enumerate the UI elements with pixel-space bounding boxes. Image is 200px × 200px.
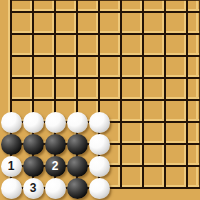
intersection-r5c9[interactable] xyxy=(176,89,198,111)
intersection-r1c5[interactable] xyxy=(88,1,110,23)
intersection-r8c6[interactable] xyxy=(110,155,132,177)
intersection-r5c2[interactable] xyxy=(22,89,44,111)
white-stone xyxy=(45,112,66,133)
intersection-r6c9[interactable] xyxy=(176,111,198,133)
intersection-r9c4[interactable] xyxy=(66,177,88,199)
intersection-r7c6[interactable] xyxy=(110,133,132,155)
black-stone xyxy=(23,156,44,177)
intersection-r5c1[interactable] xyxy=(0,89,22,111)
intersection-r9c8[interactable] xyxy=(154,177,176,199)
intersection-r4c2[interactable] xyxy=(22,67,44,89)
intersection-r7c3[interactable] xyxy=(44,133,66,155)
intersection-r4c9[interactable] xyxy=(176,67,198,89)
intersection-r2c4[interactable] xyxy=(66,23,88,45)
white-stone xyxy=(45,178,66,199)
intersection-r6c8[interactable] xyxy=(154,111,176,133)
board-grid: 123 xyxy=(0,1,198,199)
intersection-r9c9[interactable] xyxy=(176,177,198,199)
white-stone xyxy=(89,178,110,199)
intersection-r3c1[interactable] xyxy=(0,45,22,67)
intersection-r4c7[interactable] xyxy=(132,67,154,89)
go-board: 123 xyxy=(0,0,200,200)
intersection-r6c4[interactable] xyxy=(66,111,88,133)
black-stone xyxy=(45,134,66,155)
move-number-label: 2 xyxy=(52,160,59,172)
intersection-r6c7[interactable] xyxy=(132,111,154,133)
intersection-r3c8[interactable] xyxy=(154,45,176,67)
move-number-label: 3 xyxy=(30,182,37,194)
intersection-r8c4[interactable] xyxy=(66,155,88,177)
intersection-r5c6[interactable] xyxy=(110,89,132,111)
intersection-r4c3[interactable] xyxy=(44,67,66,89)
intersection-r6c5[interactable] xyxy=(88,111,110,133)
intersection-r8c1[interactable]: 1 xyxy=(0,155,22,177)
intersection-r4c1[interactable] xyxy=(0,67,22,89)
intersection-r5c4[interactable] xyxy=(66,89,88,111)
intersection-r6c3[interactable] xyxy=(44,111,66,133)
intersection-r5c3[interactable] xyxy=(44,89,66,111)
intersection-r2c9[interactable] xyxy=(176,23,198,45)
intersection-r9c6[interactable] xyxy=(110,177,132,199)
intersection-r7c9[interactable] xyxy=(176,133,198,155)
intersection-r2c8[interactable] xyxy=(154,23,176,45)
white-stone xyxy=(89,156,110,177)
white-stone xyxy=(1,112,22,133)
intersection-r2c2[interactable] xyxy=(22,23,44,45)
intersection-r5c8[interactable] xyxy=(154,89,176,111)
intersection-r3c3[interactable] xyxy=(44,45,66,67)
intersection-r6c2[interactable] xyxy=(22,111,44,133)
intersection-r3c6[interactable] xyxy=(110,45,132,67)
intersection-r9c7[interactable] xyxy=(132,177,154,199)
intersection-r3c9[interactable] xyxy=(176,45,198,67)
white-stone: 3 xyxy=(23,178,44,199)
white-stone: 1 xyxy=(1,156,22,177)
intersection-r3c7[interactable] xyxy=(132,45,154,67)
intersection-r8c7[interactable] xyxy=(132,155,154,177)
black-stone xyxy=(67,134,88,155)
intersection-r1c2[interactable] xyxy=(22,1,44,23)
intersection-r2c3[interactable] xyxy=(44,23,66,45)
intersection-r1c8[interactable] xyxy=(154,1,176,23)
intersection-r8c2[interactable] xyxy=(22,155,44,177)
intersection-r7c1[interactable] xyxy=(0,133,22,155)
intersection-r4c6[interactable] xyxy=(110,67,132,89)
black-stone: 2 xyxy=(45,156,66,177)
intersection-r1c6[interactable] xyxy=(110,1,132,23)
white-stone xyxy=(23,112,44,133)
move-number-label: 1 xyxy=(8,160,15,172)
intersection-r9c5[interactable] xyxy=(88,177,110,199)
white-stone xyxy=(67,112,88,133)
intersection-r6c6[interactable] xyxy=(110,111,132,133)
intersection-r4c5[interactable] xyxy=(88,67,110,89)
intersection-r7c7[interactable] xyxy=(132,133,154,155)
intersection-r1c7[interactable] xyxy=(132,1,154,23)
intersection-r1c3[interactable] xyxy=(44,1,66,23)
white-stone xyxy=(89,112,110,133)
intersection-r1c4[interactable] xyxy=(66,1,88,23)
intersection-r5c7[interactable] xyxy=(132,89,154,111)
intersection-r3c4[interactable] xyxy=(66,45,88,67)
white-stone xyxy=(89,134,110,155)
white-stone xyxy=(1,178,22,199)
intersection-r5c5[interactable] xyxy=(88,89,110,111)
black-stone xyxy=(1,134,22,155)
intersection-r8c8[interactable] xyxy=(154,155,176,177)
intersection-r2c6[interactable] xyxy=(110,23,132,45)
intersection-r9c2[interactable]: 3 xyxy=(22,177,44,199)
intersection-r4c8[interactable] xyxy=(154,67,176,89)
intersection-r7c8[interactable] xyxy=(154,133,176,155)
intersection-r1c1[interactable] xyxy=(0,1,22,23)
intersection-r4c4[interactable] xyxy=(66,67,88,89)
intersection-r7c2[interactable] xyxy=(22,133,44,155)
intersection-r2c7[interactable] xyxy=(132,23,154,45)
intersection-r9c3[interactable] xyxy=(44,177,66,199)
intersection-r3c2[interactable] xyxy=(22,45,44,67)
black-stone xyxy=(23,134,44,155)
intersection-r1c9[interactable] xyxy=(176,1,198,23)
intersection-r2c1[interactable] xyxy=(0,23,22,45)
intersection-r9c1[interactable] xyxy=(0,177,22,199)
intersection-r8c5[interactable] xyxy=(88,155,110,177)
intersection-r2c5[interactable] xyxy=(88,23,110,45)
intersection-r7c4[interactable] xyxy=(66,133,88,155)
intersection-r6c1[interactable] xyxy=(0,111,22,133)
black-stone xyxy=(67,178,88,199)
black-stone xyxy=(67,156,88,177)
intersection-r7c5[interactable] xyxy=(88,133,110,155)
intersection-r8c9[interactable] xyxy=(176,155,198,177)
intersection-r8c3[interactable]: 2 xyxy=(44,155,66,177)
intersection-r3c5[interactable] xyxy=(88,45,110,67)
